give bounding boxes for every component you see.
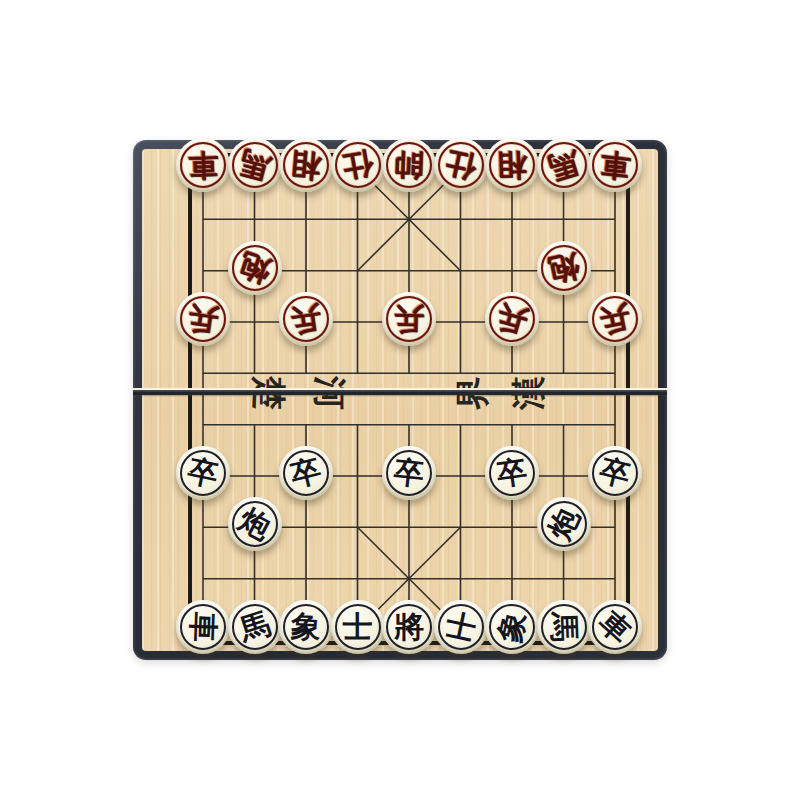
piece-red-elephant[interactable]: 相 [279, 138, 333, 192]
piece-red-cannon[interactable]: 炮 [537, 241, 591, 295]
piece-glyph: 仕 [326, 134, 389, 197]
piece-red-cannon[interactable]: 炮 [228, 241, 282, 295]
fold-hinge-line [133, 388, 667, 397]
piece-black-soldier[interactable]: 卒 [588, 446, 642, 500]
xiangqi-board-frame: 楚 河 界 漢 車馬相仕帥仕相馬車炮炮兵兵兵兵兵卒卒卒卒卒炮炮車馬象士將士象馬車 [133, 140, 667, 660]
piece-black-advisor[interactable]: 士 [331, 600, 385, 654]
board-grid [133, 140, 667, 660]
piece-black-horse[interactable]: 馬 [228, 600, 282, 654]
piece-glyph: 兵 [583, 287, 646, 350]
piece-black-soldier[interactable]: 卒 [279, 446, 333, 500]
piece-glyph: 兵 [173, 289, 234, 350]
piece-glyph: 車 [585, 135, 644, 194]
piece-glyph: 兵 [276, 289, 337, 350]
piece-black-chariot[interactable]: 車 [588, 600, 642, 654]
piece-glyph: 士 [428, 595, 492, 659]
piece-glyph: 卒 [171, 441, 235, 505]
piece-red-soldier[interactable]: 兵 [588, 292, 642, 346]
piece-red-soldier[interactable]: 兵 [382, 292, 436, 346]
piece-black-soldier[interactable]: 卒 [176, 446, 230, 500]
piece-black-cannon[interactable]: 炮 [228, 497, 282, 551]
piece-glyph: 象 [480, 595, 544, 659]
piece-glyph: 士 [331, 600, 385, 654]
piece-red-soldier[interactable]: 兵 [176, 292, 230, 346]
piece-glyph: 兵 [382, 292, 437, 347]
piece-glyph: 卒 [482, 443, 543, 504]
piece-red-horse[interactable]: 馬 [228, 138, 282, 192]
piece-black-soldier[interactable]: 卒 [485, 446, 539, 500]
piece-red-advisor[interactable]: 仕 [331, 138, 385, 192]
piece-glyph: 將 [382, 600, 436, 654]
piece-glyph: 象 [277, 598, 335, 656]
piece-black-general[interactable]: 將 [382, 600, 436, 654]
piece-red-chariot[interactable]: 車 [588, 138, 642, 192]
piece-red-soldier[interactable]: 兵 [279, 292, 333, 346]
piece-red-advisor[interactable]: 仕 [434, 138, 488, 192]
piece-black-soldier[interactable]: 卒 [382, 446, 436, 500]
piece-red-general[interactable]: 帥 [382, 138, 436, 192]
piece-black-elephant[interactable]: 象 [279, 600, 333, 654]
piece-red-soldier[interactable]: 兵 [485, 292, 539, 346]
piece-glyph: 仕 [428, 133, 492, 197]
piece-black-elephant[interactable]: 象 [485, 600, 539, 654]
piece-red-horse[interactable]: 馬 [537, 138, 591, 192]
piece-glyph: 車 [175, 599, 231, 655]
piece-black-cannon[interactable]: 炮 [537, 497, 591, 551]
piece-glyph: 車 [175, 137, 231, 193]
piece-glyph: 炮 [531, 236, 595, 300]
piece-glyph: 卒 [379, 443, 438, 502]
